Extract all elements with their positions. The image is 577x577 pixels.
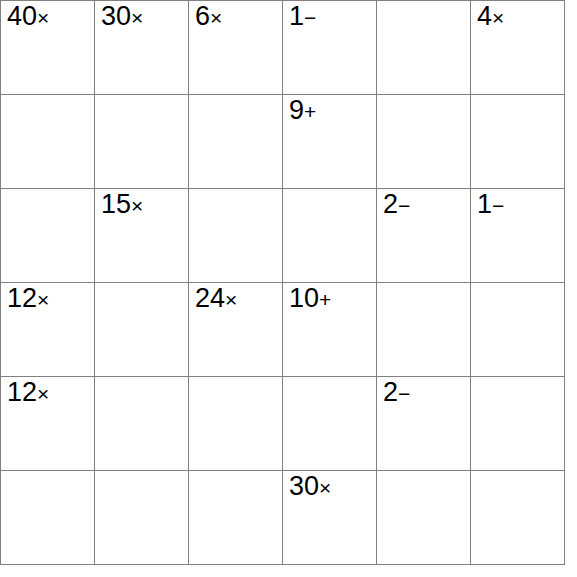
cage-label-E: 4× [471, 1, 504, 32]
cage-label-F: 9+ [283, 95, 316, 126]
cell-r5c3-cage-O[interactable]: 30× [283, 471, 377, 565]
cage-target: 30 [289, 471, 319, 501]
cage-operator: × [131, 6, 143, 29]
cage-label-N: 2− [377, 377, 410, 408]
cage-operator: × [225, 288, 237, 311]
cell-r4c5-cage-N[interactable] [471, 377, 565, 471]
cage-operator: × [319, 476, 331, 499]
cage-target: 10 [289, 283, 319, 313]
cell-r3c0-cage-J[interactable]: 12× [1, 283, 95, 377]
cage-target: 12 [7, 377, 37, 407]
cage-target: 40 [7, 1, 37, 31]
cell-r4c4-cage-N[interactable]: 2− [377, 377, 471, 471]
cage-target: 1 [477, 189, 492, 219]
cell-r2c1-cage-G[interactable]: 15× [95, 189, 189, 283]
cage-operator: × [37, 382, 49, 405]
cell-r1c0-cage-A[interactable] [1, 95, 95, 189]
cage-operator: × [492, 6, 504, 29]
cage-label-J: 12× [1, 283, 49, 314]
cell-r4c2-cage-K[interactable] [189, 377, 283, 471]
cage-operator: × [37, 288, 49, 311]
cell-r0c5-cage-E[interactable]: 4× [471, 1, 565, 95]
cage-target: 24 [195, 283, 225, 313]
cage-operator: + [304, 100, 316, 123]
cage-label-M: 12× [1, 377, 49, 408]
cell-r4c0-cage-M[interactable]: 12× [1, 377, 95, 471]
cage-target: 4 [477, 1, 492, 31]
cell-r0c1-cage-B[interactable]: 30× [95, 1, 189, 95]
cage-label-H: 2− [377, 189, 410, 220]
cell-r5c0-cage-M[interactable] [1, 471, 95, 565]
cage-target: 2 [383, 189, 398, 219]
cell-r5c5-cage-O[interactable] [471, 471, 565, 565]
cell-r2c5-cage-I[interactable]: 1− [471, 189, 565, 283]
cage-target: 2 [383, 377, 398, 407]
cage-label-I: 1− [471, 189, 504, 220]
board-row-2: 15×2−1− [1, 189, 565, 283]
cell-r1c1-cage-B[interactable] [95, 95, 189, 189]
board-row-1: 9+ [1, 95, 565, 189]
kenken-board: 40×30×6×1−4×9+15×2−1−12×24×10+12×2−30× [0, 0, 577, 577]
kenken-grid: 40×30×6×1−4×9+15×2−1−12×24×10+12×2−30× [0, 0, 565, 565]
cage-target: 9 [289, 95, 304, 125]
cell-r2c0-cage-A[interactable] [1, 189, 95, 283]
cell-r3c4-cage-H[interactable] [377, 283, 471, 377]
cage-label-G: 15× [95, 189, 143, 220]
cell-r3c2-cage-K[interactable]: 24× [189, 283, 283, 377]
cage-operator: − [304, 6, 316, 29]
cage-label-C: 6× [189, 1, 222, 32]
cage-label-O: 30× [283, 471, 331, 502]
cell-r1c5-cage-E[interactable] [471, 95, 565, 189]
cage-label-A: 40× [1, 1, 49, 32]
cage-target: 1 [289, 1, 304, 31]
cell-r2c2-cage-G[interactable] [189, 189, 283, 283]
cell-r3c1-cage-J[interactable] [95, 283, 189, 377]
cell-r0c3-cage-D[interactable]: 1− [283, 1, 377, 95]
board-row-4: 12×2− [1, 377, 565, 471]
board-row-5: 30× [1, 471, 565, 565]
cell-r2c3-cage-G[interactable] [283, 189, 377, 283]
cell-r0c4-cage-D[interactable] [377, 1, 471, 95]
cell-r5c4-cage-O[interactable] [377, 471, 471, 565]
cage-operator: × [210, 6, 222, 29]
cage-operator: × [37, 6, 49, 29]
cage-operator: − [492, 194, 504, 217]
cage-target: 30 [101, 1, 131, 31]
cage-label-K: 24× [189, 283, 237, 314]
cage-operator: − [398, 382, 410, 405]
cage-label-L: 10+ [283, 283, 331, 314]
cell-r5c2-cage-K[interactable] [189, 471, 283, 565]
cage-label-D: 1− [283, 1, 316, 32]
cell-r3c3-cage-L[interactable]: 10+ [283, 283, 377, 377]
cell-r5c1-cage-M[interactable] [95, 471, 189, 565]
board-row-0: 40×30×6×1−4× [1, 1, 565, 95]
cell-r4c1-cage-M[interactable] [95, 377, 189, 471]
cage-operator: − [398, 194, 410, 217]
cage-target: 15 [101, 189, 131, 219]
cell-r2c4-cage-H[interactable]: 2− [377, 189, 471, 283]
cage-target: 6 [195, 1, 210, 31]
cage-operator: × [131, 194, 143, 217]
board-row-3: 12×24×10+ [1, 283, 565, 377]
cage-target: 12 [7, 283, 37, 313]
cell-r4c3-cage-L[interactable] [283, 377, 377, 471]
cell-r1c2-cage-C[interactable] [189, 95, 283, 189]
cell-r1c4-cage-F[interactable] [377, 95, 471, 189]
cage-operator: + [319, 288, 331, 311]
cage-label-B: 30× [95, 1, 143, 32]
cell-r0c2-cage-C[interactable]: 6× [189, 1, 283, 95]
cell-r1c3-cage-F[interactable]: 9+ [283, 95, 377, 189]
cell-r0c0-cage-A[interactable]: 40× [1, 1, 95, 95]
cell-r3c5-cage-I[interactable] [471, 283, 565, 377]
